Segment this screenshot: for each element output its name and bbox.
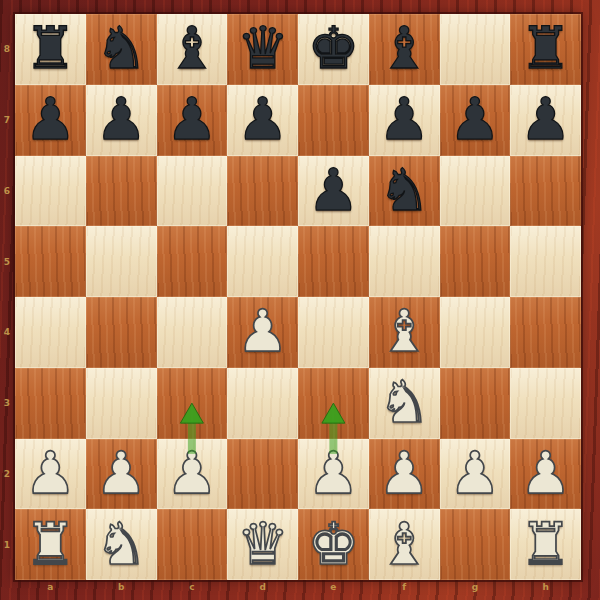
square-f3[interactable]: ♞: [369, 368, 440, 439]
square-c3[interactable]: [157, 368, 228, 439]
square-h8[interactable]: ♜: [510, 14, 581, 85]
chessboard: ♜♞♝♛♚♝♜♟♟♟♟♟♟♟♟♞♟♝♞♟♟♟♟♟♟♟♜♞♛♚♝♜: [15, 14, 581, 580]
piece-white-pawn-d4[interactable]: ♟: [237, 302, 289, 360]
square-e6[interactable]: ♟: [298, 156, 369, 227]
piece-black-pawn-h7[interactable]: ♟: [520, 90, 572, 148]
file-label-b: b: [114, 582, 128, 592]
piece-white-pawn-h2[interactable]: ♟: [520, 444, 572, 502]
rank-label-4: 4: [1, 327, 13, 337]
square-c8[interactable]: ♝: [157, 14, 228, 85]
square-b4[interactable]: [86, 297, 157, 368]
square-b6[interactable]: [86, 156, 157, 227]
square-c7[interactable]: ♟: [157, 85, 228, 156]
square-d8[interactable]: ♛: [227, 14, 298, 85]
square-b2[interactable]: ♟: [86, 439, 157, 510]
square-f2[interactable]: ♟: [369, 439, 440, 510]
square-f1[interactable]: ♝: [369, 509, 440, 580]
square-g5[interactable]: [440, 226, 511, 297]
piece-white-pawn-b2[interactable]: ♟: [95, 444, 147, 502]
piece-black-knight-b8[interactable]: ♞: [95, 19, 147, 77]
piece-black-pawn-a7[interactable]: ♟: [24, 90, 76, 148]
square-h7[interactable]: ♟: [510, 85, 581, 156]
piece-white-queen-d1[interactable]: ♛: [237, 515, 289, 573]
piece-black-pawn-c7[interactable]: ♟: [166, 90, 218, 148]
square-d3[interactable]: [227, 368, 298, 439]
square-b5[interactable]: [86, 226, 157, 297]
rank-label-1: 1: [1, 540, 13, 550]
square-g7[interactable]: ♟: [440, 85, 511, 156]
piece-black-pawn-b7[interactable]: ♟: [95, 90, 147, 148]
file-label-e: e: [326, 582, 340, 592]
rank-label-5: 5: [1, 257, 13, 267]
piece-black-pawn-g7[interactable]: ♟: [449, 90, 501, 148]
square-a5[interactable]: [15, 226, 86, 297]
square-d4[interactable]: ♟: [227, 297, 298, 368]
piece-black-pawn-d7[interactable]: ♟: [237, 90, 289, 148]
square-h4[interactable]: [510, 297, 581, 368]
square-a4[interactable]: [15, 297, 86, 368]
square-g3[interactable]: [440, 368, 511, 439]
piece-white-pawn-f2[interactable]: ♟: [378, 444, 430, 502]
piece-black-bishop-f8[interactable]: ♝: [378, 19, 430, 77]
square-d5[interactable]: [227, 226, 298, 297]
piece-white-pawn-g2[interactable]: ♟: [449, 444, 501, 502]
piece-white-bishop-f1[interactable]: ♝: [378, 515, 430, 573]
piece-white-knight-b1[interactable]: ♞: [95, 515, 147, 573]
square-g6[interactable]: [440, 156, 511, 227]
piece-white-pawn-c2[interactable]: ♟: [166, 444, 218, 502]
square-c4[interactable]: [157, 297, 228, 368]
square-h5[interactable]: [510, 226, 581, 297]
file-label-g: g: [468, 582, 482, 592]
piece-white-knight-f3[interactable]: ♞: [378, 373, 430, 431]
square-d7[interactable]: ♟: [227, 85, 298, 156]
piece-black-king-e8[interactable]: ♚: [307, 19, 359, 77]
piece-black-bishop-c8[interactable]: ♝: [166, 19, 218, 77]
square-f5[interactable]: [369, 226, 440, 297]
square-h1[interactable]: ♜: [510, 509, 581, 580]
square-a1[interactable]: ♜: [15, 509, 86, 580]
square-b3[interactable]: [86, 368, 157, 439]
piece-black-pawn-e6[interactable]: ♟: [307, 161, 359, 219]
piece-white-pawn-a2[interactable]: ♟: [24, 444, 76, 502]
square-e5[interactable]: [298, 226, 369, 297]
file-label-a: a: [43, 582, 57, 592]
square-a2[interactable]: ♟: [15, 439, 86, 510]
rank-label-2: 2: [1, 469, 13, 479]
square-d6[interactable]: [227, 156, 298, 227]
square-e7[interactable]: [298, 85, 369, 156]
square-h3[interactable]: [510, 368, 581, 439]
square-g1[interactable]: [440, 509, 511, 580]
square-h2[interactable]: ♟: [510, 439, 581, 510]
square-h6[interactable]: [510, 156, 581, 227]
square-a7[interactable]: ♟: [15, 85, 86, 156]
square-d2[interactable]: [227, 439, 298, 510]
file-label-h: h: [539, 582, 553, 592]
square-e2[interactable]: ♟: [298, 439, 369, 510]
piece-black-queen-d8[interactable]: ♛: [237, 19, 289, 77]
rank-label-8: 8: [1, 44, 13, 54]
square-e1[interactable]: ♚: [298, 509, 369, 580]
piece-white-rook-a1[interactable]: ♜: [24, 515, 76, 573]
square-b1[interactable]: ♞: [86, 509, 157, 580]
square-d1[interactable]: ♛: [227, 509, 298, 580]
file-label-c: c: [185, 582, 199, 592]
square-c5[interactable]: [157, 226, 228, 297]
piece-black-knight-f6[interactable]: ♞: [378, 161, 430, 219]
square-f8[interactable]: ♝: [369, 14, 440, 85]
rank-label-3: 3: [1, 398, 13, 408]
square-c1[interactable]: [157, 509, 228, 580]
file-label-d: d: [256, 582, 270, 592]
square-g2[interactable]: ♟: [440, 439, 511, 510]
square-a8[interactable]: ♜: [15, 14, 86, 85]
square-e3[interactable]: [298, 368, 369, 439]
rank-label-7: 7: [1, 115, 13, 125]
square-c6[interactable]: [157, 156, 228, 227]
square-a3[interactable]: [15, 368, 86, 439]
square-e8[interactable]: ♚: [298, 14, 369, 85]
piece-white-king-e1[interactable]: ♚: [307, 515, 359, 573]
piece-black-rook-h8[interactable]: ♜: [520, 19, 572, 77]
piece-white-rook-h1[interactable]: ♜: [520, 515, 572, 573]
square-b7[interactable]: ♟: [86, 85, 157, 156]
chessboard-frame: ♜♞♝♛♚♝♜♟♟♟♟♟♟♟♟♞♟♝♞♟♟♟♟♟♟♟♜♞♛♚♝♜ 1234567…: [0, 0, 600, 600]
square-a6[interactable]: [15, 156, 86, 227]
square-g4[interactable]: [440, 297, 511, 368]
piece-black-rook-a8[interactable]: ♜: [24, 19, 76, 77]
square-f7[interactable]: ♟: [369, 85, 440, 156]
square-e4[interactable]: [298, 297, 369, 368]
square-f6[interactable]: ♞: [369, 156, 440, 227]
square-c2[interactable]: ♟: [157, 439, 228, 510]
square-f4[interactable]: ♝: [369, 297, 440, 368]
file-label-f: f: [397, 582, 411, 592]
rank-label-6: 6: [1, 186, 13, 196]
square-b8[interactable]: ♞: [86, 14, 157, 85]
square-g8[interactable]: [440, 14, 511, 85]
piece-white-bishop-f4[interactable]: ♝: [378, 302, 430, 360]
piece-white-pawn-e2[interactable]: ♟: [307, 444, 359, 502]
piece-black-pawn-f7[interactable]: ♟: [378, 90, 430, 148]
